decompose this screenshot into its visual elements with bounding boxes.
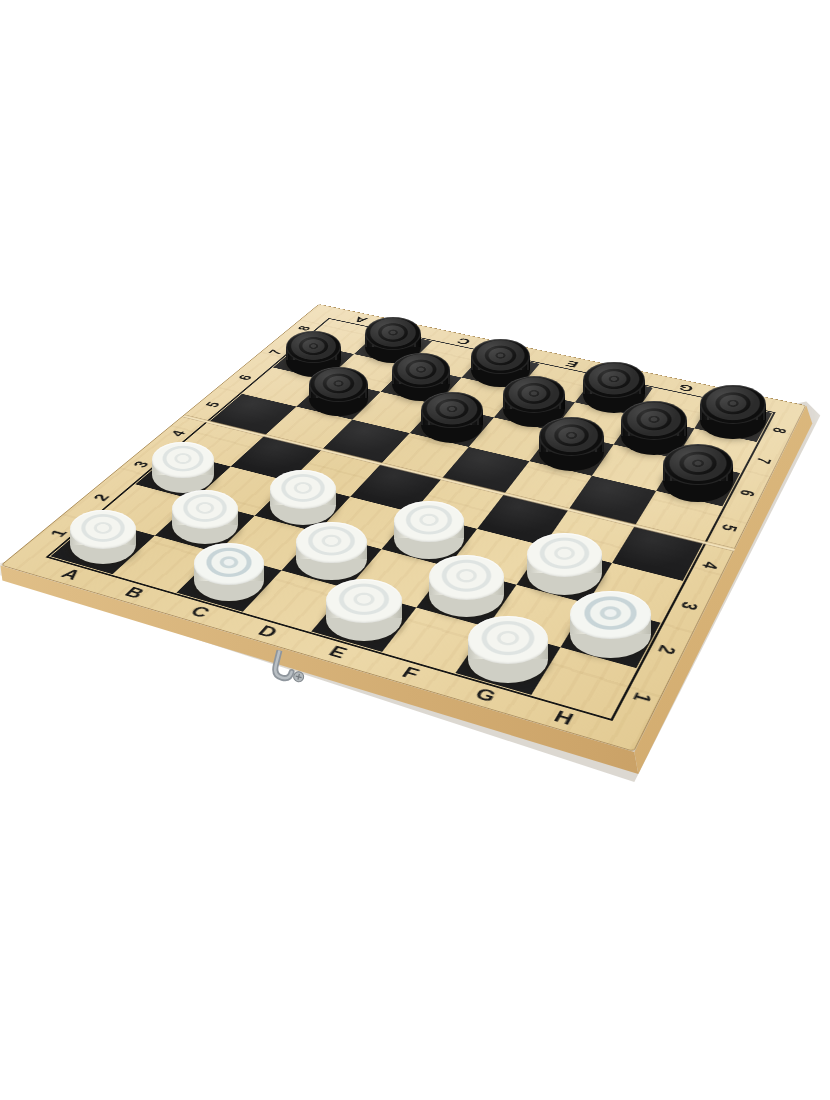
piece-white-h2[interactable] [570,591,650,657]
piece-black-b6[interactable] [309,367,368,416]
piece-black-d6[interactable] [421,392,483,443]
piece-white-a3[interactable] [152,442,214,493]
piece-white-e1[interactable] [326,579,401,641]
piece-white-d2[interactable] [296,522,366,580]
piece-black-h8[interactable] [700,385,765,439]
piece-black-f6[interactable] [539,417,605,471]
piece-white-c1[interactable] [194,543,264,601]
piece-black-h6[interactable] [663,444,732,501]
piece-white-b2[interactable] [172,490,238,545]
piece-white-e3[interactable] [394,501,464,559]
piece-white-f2[interactable] [429,555,504,617]
piece-white-a1[interactable] [70,510,136,565]
piece-white-g3[interactable] [527,533,602,595]
piece-white-g1[interactable] [468,616,549,682]
piece-white-c3[interactable] [270,470,336,524]
board-photo-stage: AABBCCDDEEFFGGHH8877665544332211 [0,0,830,1100]
